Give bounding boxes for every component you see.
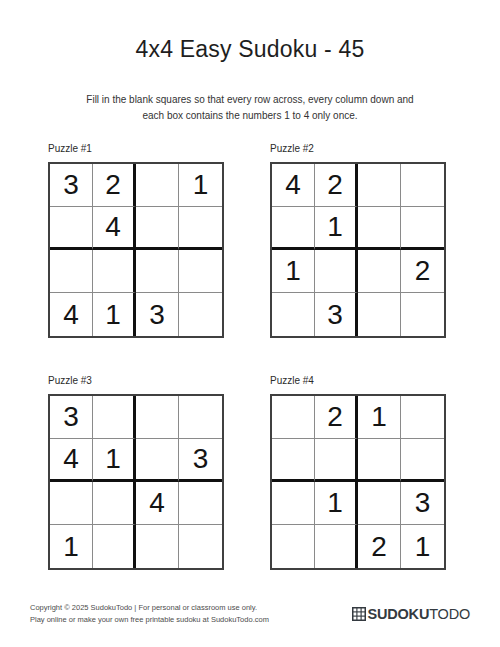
instructions-line-1: Fill in the blank squares so that every … [0, 92, 500, 108]
puzzle2-cell-r2c2: 1 [315, 207, 358, 250]
puzzle3-cell-r2c1: 4 [50, 439, 93, 482]
puzzle2-cell-r3c2 [315, 250, 358, 293]
puzzle2-cell-r1c4 [401, 164, 444, 207]
puzzle-2-grid: 421123 [270, 162, 446, 338]
printable-sudoku-page: 4x4 Easy Sudoku - 45 Fill in the blank s… [0, 0, 500, 647]
puzzle2-cell-r2c3 [358, 207, 401, 250]
puzzle3-cell-r2c3 [136, 439, 179, 482]
puzzle2-cell-r4c2: 3 [315, 293, 358, 336]
puzzle4-cell-r1c2: 2 [315, 396, 358, 439]
puzzle4-cell-r1c1 [272, 396, 315, 439]
puzzle4-cell-r2c2 [315, 439, 358, 482]
puzzle-1: Puzzle #1 3214413 [48, 143, 224, 338]
puzzle1-cell-r4c1: 4 [50, 293, 93, 336]
puzzle1-cell-r1c3 [136, 164, 179, 207]
puzzle2-cell-r4c3 [358, 293, 401, 336]
puzzle4-cell-r1c4 [401, 396, 444, 439]
instructions: Fill in the blank squares so that every … [0, 92, 500, 123]
puzzle2-cell-r3c3 [358, 250, 401, 293]
copyright-text: Copyright © 2025 SudokuTodo | For person… [30, 602, 269, 626]
puzzle1-cell-r2c3 [136, 207, 179, 250]
puzzle1-cell-r2c4 [179, 207, 222, 250]
puzzle3-cell-r3c1 [50, 482, 93, 525]
puzzle3-cell-r3c2 [93, 482, 136, 525]
puzzle-1-label: Puzzle #1 [48, 143, 224, 154]
puzzle3-cell-r4c2 [93, 525, 136, 568]
puzzle3-cell-r4c3 [136, 525, 179, 568]
puzzle1-cell-r3c2 [93, 250, 136, 293]
puzzle-4: Puzzle #4 211321 [270, 375, 446, 570]
puzzle3-cell-r3c3: 4 [136, 482, 179, 525]
puzzle3-cell-r1c2 [93, 396, 136, 439]
puzzle-3-grid: 341341 [48, 394, 224, 570]
puzzle-1-grid: 3214413 [48, 162, 224, 338]
puzzle-3: Puzzle #3 341341 [48, 375, 224, 570]
puzzle-3-label: Puzzle #3 [48, 375, 224, 386]
puzzle2-cell-r2c4 [401, 207, 444, 250]
puzzle4-cell-r4c3: 2 [358, 525, 401, 568]
puzzle2-cell-r3c1: 1 [272, 250, 315, 293]
puzzle3-cell-r1c1: 3 [50, 396, 93, 439]
puzzle2-cell-r1c1: 4 [272, 164, 315, 207]
logo-text: SUDOKUTODO [368, 606, 470, 622]
puzzle1-cell-r3c3 [136, 250, 179, 293]
puzzle2-cell-r3c4: 2 [401, 250, 444, 293]
puzzle3-cell-r2c4: 3 [179, 439, 222, 482]
puzzle3-cell-r1c4 [179, 396, 222, 439]
puzzle1-cell-r3c4 [179, 250, 222, 293]
logo-text-todo: TODO [429, 606, 470, 622]
puzzle4-cell-r4c4: 1 [401, 525, 444, 568]
puzzle1-cell-r1c2: 2 [93, 164, 136, 207]
grid-icon [352, 607, 366, 621]
sudokutodo-logo: SUDOKUTODO [352, 606, 470, 622]
puzzle4-cell-r2c1 [272, 439, 315, 482]
puzzle4-cell-r2c3 [358, 439, 401, 482]
puzzle4-cell-r3c4: 3 [401, 482, 444, 525]
puzzle-2-label: Puzzle #2 [270, 143, 446, 154]
puzzle3-cell-r4c1: 1 [50, 525, 93, 568]
instructions-line-2: each box contains the numbers 1 to 4 onl… [0, 108, 500, 124]
puzzle3-cell-r3c4 [179, 482, 222, 525]
puzzle1-cell-r2c2: 4 [93, 207, 136, 250]
puzzle4-cell-r1c3: 1 [358, 396, 401, 439]
puzzle3-cell-r4c4 [179, 525, 222, 568]
puzzle1-cell-r1c1: 3 [50, 164, 93, 207]
puzzle4-cell-r3c2: 1 [315, 482, 358, 525]
puzzle1-cell-r4c3: 3 [136, 293, 179, 336]
copyright-line-2: Play online or make your own free printa… [30, 614, 269, 626]
puzzle2-cell-r4c4 [401, 293, 444, 336]
puzzle1-cell-r1c4: 1 [179, 164, 222, 207]
puzzle1-cell-r4c4 [179, 293, 222, 336]
puzzle3-cell-r2c2: 1 [93, 439, 136, 482]
puzzle2-cell-r2c1 [272, 207, 315, 250]
puzzle4-cell-r2c4 [401, 439, 444, 482]
puzzle1-cell-r2c1 [50, 207, 93, 250]
puzzle3-cell-r1c3 [136, 396, 179, 439]
copyright-line-1: Copyright © 2025 SudokuTodo | For person… [30, 602, 269, 614]
puzzle-2: Puzzle #2 421123 [270, 143, 446, 338]
puzzle2-cell-r1c2: 2 [315, 164, 358, 207]
puzzle4-cell-r4c2 [315, 525, 358, 568]
page-title: 4x4 Easy Sudoku - 45 [0, 36, 500, 63]
puzzle2-cell-r1c3 [358, 164, 401, 207]
puzzle2-cell-r4c1 [272, 293, 315, 336]
puzzle1-cell-r3c1 [50, 250, 93, 293]
puzzle4-cell-r4c1 [272, 525, 315, 568]
page-footer: Copyright © 2025 SudokuTodo | For person… [30, 602, 470, 626]
puzzle-4-label: Puzzle #4 [270, 375, 446, 386]
puzzle4-cell-r3c1 [272, 482, 315, 525]
logo-text-sudoku: SUDOKU [368, 606, 430, 622]
puzzle1-cell-r4c2: 1 [93, 293, 136, 336]
puzzle-4-grid: 211321 [270, 394, 446, 570]
puzzle4-cell-r3c3 [358, 482, 401, 525]
